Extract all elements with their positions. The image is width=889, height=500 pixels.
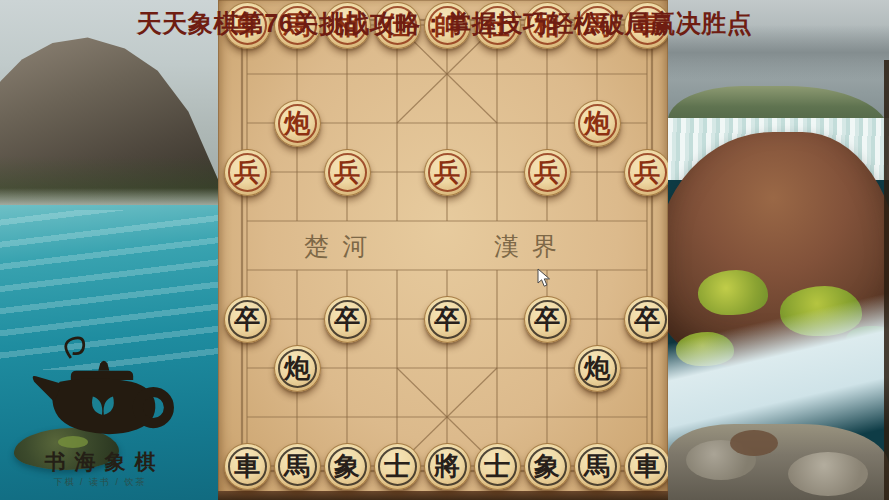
piece-glyph: 士 [484,454,510,480]
piece-red-soldier[interactable]: 兵 [424,149,471,196]
watermark-tagline: 下棋 / 读书 / 饮茶 [18,476,182,489]
piece-black-chariot[interactable]: 車 [624,443,669,490]
rock [730,430,778,456]
piece-glyph: 將 [434,454,460,480]
piece-glyph: 象 [534,454,560,480]
piece-black-advisor[interactable]: 士 [474,443,521,490]
piece-red-soldier[interactable]: 兵 [624,149,669,196]
piece-glyph: 炮 [584,111,610,137]
piece-glyph: 車 [634,454,660,480]
piece-red-soldier[interactable]: 兵 [524,149,571,196]
piece-glyph: 卒 [434,307,460,333]
piece-glyph: 兵 [434,160,460,186]
piece-glyph: 炮 [284,356,310,382]
piece-glyph: 馬 [284,454,310,480]
xiangqi-board[interactable]: 楚河 漢界 車馬相仕帥仕相馬車炮炮兵兵兵兵兵卒卒卒卒卒炮炮車馬象士將士象馬車 [218,0,668,500]
board-frame-bottom [218,491,668,500]
piece-glyph: 象 [334,454,360,480]
piece-glyph: 兵 [534,160,560,186]
piece-black-soldier[interactable]: 卒 [624,296,669,343]
watermark-title: 书海象棋 [18,448,182,476]
mouse-cursor-icon [537,268,551,288]
piece-black-cannon[interactable]: 炮 [574,345,621,392]
piece-glyph: 卒 [534,307,560,333]
piece-red-cannon[interactable]: 炮 [574,100,621,147]
screenshot-stage: 书海象棋 下棋 / 读书 / 饮茶 [0,0,889,500]
piece-black-elephant[interactable]: 象 [524,443,571,490]
piece-red-soldier[interactable]: 兵 [324,149,371,196]
piece-glyph: 炮 [284,111,310,137]
piece-glyph: 炮 [584,356,610,382]
piece-black-cannon[interactable]: 炮 [274,345,321,392]
teapot-icon [24,336,180,446]
piece-black-horse[interactable]: 馬 [574,443,621,490]
piece-black-soldier[interactable]: 卒 [224,296,271,343]
piece-black-elephant[interactable]: 象 [324,443,371,490]
piece-glyph: 兵 [634,160,660,186]
waterfall-photo-background [668,0,889,500]
piece-glyph: 士 [384,454,410,480]
piece-black-advisor[interactable]: 士 [374,443,421,490]
photo-edge-strip [884,60,889,500]
page-title: 天天象棋第76关挑战攻略：掌握技巧轻松破局赢决胜点 [0,7,889,40]
pieces-layer: 車馬相仕帥仕相馬車炮炮兵兵兵兵兵卒卒卒卒卒炮炮車馬象士將士象馬車 [222,1,668,491]
rock [788,452,868,496]
piece-glyph: 卒 [334,307,360,333]
piece-glyph: 馬 [584,454,610,480]
moss-patch [698,270,768,315]
piece-red-cannon[interactable]: 炮 [274,100,321,147]
piece-glyph: 車 [234,454,260,480]
piece-black-soldier[interactable]: 卒 [524,296,571,343]
piece-glyph: 兵 [234,160,260,186]
piece-red-soldier[interactable]: 兵 [224,149,271,196]
piece-black-chariot[interactable]: 車 [224,443,271,490]
piece-glyph: 卒 [634,307,660,333]
brand-watermark: 书海象棋 下棋 / 读书 / 饮茶 [0,330,219,500]
piece-black-king[interactable]: 將 [424,443,471,490]
piece-black-horse[interactable]: 馬 [274,443,321,490]
piece-black-soldier[interactable]: 卒 [424,296,471,343]
piece-black-soldier[interactable]: 卒 [324,296,371,343]
piece-glyph: 兵 [334,160,360,186]
piece-glyph: 卒 [234,307,260,333]
